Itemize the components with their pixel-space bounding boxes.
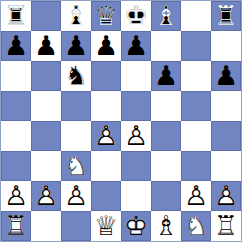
white-pawn[interactable]: ♟♙: [211, 181, 241, 211]
square-d5[interactable]: [91, 91, 121, 121]
piece-detail-glyph: ♙: [181, 181, 211, 211]
piece-glyph: ♟: [91, 31, 121, 61]
square-a7[interactable]: ♟: [1, 31, 31, 61]
piece-glyph: ♟: [61, 31, 91, 61]
white-pawn[interactable]: ♟♙: [181, 181, 211, 211]
square-c8[interactable]: ♝♗: [61, 1, 91, 31]
white-rook[interactable]: ♜♖: [1, 211, 31, 241]
square-d1[interactable]: ♛♕: [91, 211, 121, 241]
piece-detail-glyph: ♙: [91, 121, 121, 151]
piece-detail-glyph: ♕: [91, 211, 121, 241]
square-g6[interactable]: [181, 61, 211, 91]
black-pawn[interactable]: ♟: [1, 31, 31, 61]
piece-detail-glyph: ♕: [91, 1, 121, 31]
square-e3[interactable]: [121, 151, 151, 181]
black-rook[interactable]: ♜♖: [1, 1, 31, 31]
piece-glyph: ♟: [31, 31, 61, 61]
white-bishop[interactable]: ♝♗: [151, 211, 181, 241]
black-queen[interactable]: ♛♕: [91, 1, 121, 31]
white-pawn[interactable]: ♟♙: [91, 121, 121, 151]
white-knight[interactable]: ♞♘: [61, 151, 91, 181]
square-f3[interactable]: [151, 151, 181, 181]
square-g5[interactable]: [181, 91, 211, 121]
white-queen[interactable]: ♛♕: [91, 211, 121, 241]
square-e1[interactable]: ♚♔: [121, 211, 151, 241]
piece-detail-glyph: ♗: [61, 1, 91, 31]
square-b1[interactable]: [31, 211, 61, 241]
square-e2[interactable]: [121, 181, 151, 211]
square-c5[interactable]: [61, 91, 91, 121]
piece-detail-glyph: ♙: [61, 181, 91, 211]
square-a8[interactable]: ♜♖: [1, 1, 31, 31]
square-f1[interactable]: ♝♗: [151, 211, 181, 241]
piece-glyph: ♟: [121, 31, 151, 61]
piece-detail-glyph: ♙: [211, 181, 241, 211]
square-d8[interactable]: ♛♕: [91, 1, 121, 31]
square-a4[interactable]: [1, 121, 31, 151]
piece-glyph: ♟: [211, 61, 241, 91]
square-d4[interactable]: ♟♙: [91, 121, 121, 151]
piece-detail-glyph: ♔: [121, 211, 151, 241]
square-b5[interactable]: [31, 91, 61, 121]
piece-detail-glyph: ♖: [1, 211, 31, 241]
piece-detail-glyph: ♗: [151, 1, 181, 31]
square-h2[interactable]: ♟♙: [211, 181, 241, 211]
square-c1[interactable]: [61, 211, 91, 241]
white-knight[interactable]: ♞♘: [181, 211, 211, 241]
black-pawn[interactable]: ♟: [211, 61, 241, 91]
square-e5[interactable]: [121, 91, 151, 121]
square-e7[interactable]: ♟: [121, 31, 151, 61]
square-b4[interactable]: [31, 121, 61, 151]
piece-detail-glyph: ♘: [181, 211, 211, 241]
square-g1[interactable]: ♞♘: [181, 211, 211, 241]
square-a1[interactable]: ♜♖: [1, 211, 31, 241]
black-pawn[interactable]: ♟: [151, 61, 181, 91]
piece-detail-glyph: ♙: [1, 181, 31, 211]
square-d6[interactable]: [91, 61, 121, 91]
piece-detail-glyph: ♗: [151, 211, 181, 241]
piece-detail-glyph: ♘: [61, 151, 91, 181]
piece-detail-glyph: ♙: [31, 181, 61, 211]
square-a3[interactable]: [1, 151, 31, 181]
square-c7[interactable]: ♟: [61, 31, 91, 61]
square-b7[interactable]: ♟: [31, 31, 61, 61]
piece-detail-glyph: ♖: [211, 1, 241, 31]
square-f7[interactable]: [151, 31, 181, 61]
square-b3[interactable]: [31, 151, 61, 181]
square-c2[interactable]: ♟♙: [61, 181, 91, 211]
black-pawn[interactable]: ♟: [31, 31, 61, 61]
square-h5[interactable]: [211, 91, 241, 121]
piece-detail-glyph: ♖: [1, 1, 31, 31]
square-d2[interactable]: [91, 181, 121, 211]
black-knight[interactable]: ♞♘: [61, 61, 91, 91]
square-f4[interactable]: [151, 121, 181, 151]
square-f6[interactable]: ♟: [151, 61, 181, 91]
white-pawn[interactable]: ♟♙: [1, 181, 31, 211]
square-f2[interactable]: [151, 181, 181, 211]
square-h6[interactable]: ♟: [211, 61, 241, 91]
piece-glyph: ♟: [151, 61, 181, 91]
square-h7[interactable]: [211, 31, 241, 61]
square-g8[interactable]: [181, 1, 211, 31]
square-e4[interactable]: ♟♙: [121, 121, 151, 151]
square-a6[interactable]: [1, 61, 31, 91]
black-pawn[interactable]: ♟: [91, 31, 121, 61]
square-f8[interactable]: ♝♗: [151, 1, 181, 31]
black-bishop[interactable]: ♝♗: [151, 1, 181, 31]
square-c6[interactable]: ♞♘: [61, 61, 91, 91]
black-bishop[interactable]: ♝♗: [61, 1, 91, 31]
square-h1[interactable]: ♜♖: [211, 211, 241, 241]
square-b6[interactable]: [31, 61, 61, 91]
square-c3[interactable]: ♞♘: [61, 151, 91, 181]
piece-detail-glyph: ♙: [121, 121, 151, 151]
square-b8[interactable]: [31, 1, 61, 31]
square-h8[interactable]: ♜♖: [211, 1, 241, 31]
square-g2[interactable]: ♟♙: [181, 181, 211, 211]
square-g3[interactable]: [181, 151, 211, 181]
square-c4[interactable]: [61, 121, 91, 151]
square-a2[interactable]: ♟♙: [1, 181, 31, 211]
black-king[interactable]: ♚♔: [121, 1, 151, 31]
black-pawn[interactable]: ♟: [121, 31, 151, 61]
white-rook[interactable]: ♜♖: [211, 211, 241, 241]
square-d7[interactable]: ♟: [91, 31, 121, 61]
square-g7[interactable]: [181, 31, 211, 61]
square-h3[interactable]: [211, 151, 241, 181]
white-king[interactable]: ♚♔: [121, 211, 151, 241]
square-d3[interactable]: [91, 151, 121, 181]
black-rook[interactable]: ♜♖: [211, 1, 241, 31]
square-e8[interactable]: ♚♔: [121, 1, 151, 31]
piece-detail-glyph: ♔: [121, 1, 151, 31]
square-a5[interactable]: [1, 91, 31, 121]
black-pawn[interactable]: ♟: [61, 31, 91, 61]
square-g4[interactable]: [181, 121, 211, 151]
square-f5[interactable]: [151, 91, 181, 121]
square-b2[interactable]: ♟♙: [31, 181, 61, 211]
white-pawn[interactable]: ♟♙: [121, 121, 151, 151]
chess-board: ♜♖♝♗♛♕♚♔♝♗♜♖♟♟♟♟♟♞♘♟♟♟♙♟♙♞♘♟♙♟♙♟♙♟♙♟♙♜♖♛…: [0, 0, 242, 242]
square-e6[interactable]: [121, 61, 151, 91]
square-h4[interactable]: [211, 121, 241, 151]
white-pawn[interactable]: ♟♙: [31, 181, 61, 211]
piece-detail-glyph: ♘: [61, 61, 91, 91]
piece-detail-glyph: ♖: [211, 211, 241, 241]
piece-glyph: ♟: [1, 31, 31, 61]
white-pawn[interactable]: ♟♙: [61, 181, 91, 211]
